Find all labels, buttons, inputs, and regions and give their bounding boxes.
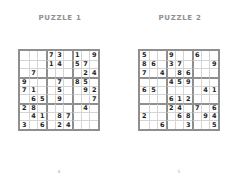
cell-r7c6[interactable]	[63, 103, 72, 112]
cell-r8c7[interactable]	[72, 112, 81, 121]
cell-r3c8[interactable]	[201, 68, 210, 77]
cell-r1c1[interactable]	[20, 51, 29, 60]
cell-r8c9[interactable]	[89, 112, 98, 121]
cell-r7c9[interactable]: 6	[209, 103, 218, 112]
cell-r2c4[interactable]: 3	[166, 60, 175, 69]
cell-r7c7[interactable]: 7	[192, 103, 201, 112]
cell-r9c5[interactable]: 2	[55, 120, 64, 129]
cell-r1c4[interactable]: 9	[166, 51, 175, 60]
cell-r1c6[interactable]	[183, 51, 192, 60]
cell-r1c7[interactable]: 6	[192, 51, 201, 60]
cell-r6c9[interactable]	[209, 94, 218, 103]
cell-r5c8[interactable]: 4	[201, 86, 210, 95]
cell-r6c8[interactable]	[81, 94, 90, 103]
cell-r2c3[interactable]	[37, 60, 46, 69]
cell-r4c5[interactable]: 5	[175, 77, 184, 86]
cell-r2c3[interactable]	[157, 60, 166, 69]
cell-r1c8[interactable]	[81, 51, 90, 60]
cell-r3c4[interactable]	[166, 68, 175, 77]
cell-r8c1[interactable]: 2	[140, 112, 149, 121]
cell-r2c7[interactable]: 5	[72, 60, 81, 69]
cell-r8c5[interactable]: 8	[55, 112, 64, 121]
cell-r2c9[interactable]: 9	[209, 60, 218, 69]
cell-r9c4[interactable]	[166, 120, 175, 129]
cell-r5c2[interactable]: 1	[29, 86, 38, 95]
cell-r9c5[interactable]	[175, 120, 184, 129]
cell-r9c8[interactable]	[81, 120, 90, 129]
cell-r9c6[interactable]: 4	[63, 120, 72, 129]
cell-r8c1[interactable]	[20, 112, 29, 121]
cell-r6c5[interactable]: 9	[55, 94, 64, 103]
cell-r4c4[interactable]	[46, 77, 55, 86]
cell-r4c7[interactable]	[192, 77, 201, 86]
cell-r8c2[interactable]: 4	[29, 112, 38, 121]
cell-r7c8[interactable]	[201, 103, 210, 112]
cell-r4c5[interactable]: 7	[55, 77, 64, 86]
cell-r5c5[interactable]	[175, 86, 184, 95]
cell-r7c4[interactable]	[46, 103, 55, 112]
puzzle-1-title: PUZZLE 1	[0, 14, 120, 22]
cell-r8c9[interactable]: 4	[209, 112, 218, 121]
cell-r9c1[interactable]	[140, 120, 149, 129]
page-number-left: 4	[18, 169, 100, 174]
cell-r3c3[interactable]	[37, 68, 46, 77]
cell-r7c5[interactable]	[55, 103, 64, 112]
cell-r2c6[interactable]	[183, 60, 192, 69]
cell-r4c9[interactable]	[209, 77, 218, 86]
cell-r4c1[interactable]	[140, 77, 149, 86]
cell-r2c7[interactable]	[192, 60, 201, 69]
cell-r5c9[interactable]: 2	[89, 86, 98, 95]
cell-r6c7[interactable]	[72, 94, 81, 103]
cell-r6c2[interactable]	[149, 94, 158, 103]
cell-r9c6[interactable]: 3	[183, 120, 192, 129]
cell-r9c3[interactable]: 6	[37, 120, 46, 129]
cell-r6c3[interactable]	[157, 94, 166, 103]
page-number-right: 5	[138, 169, 220, 174]
cell-r5c6[interactable]	[63, 86, 72, 95]
cell-r1c6[interactable]	[63, 51, 72, 60]
cell-r2c1[interactable]	[20, 60, 29, 69]
cell-r8c3[interactable]	[157, 112, 166, 121]
cell-r2c8[interactable]: 7	[81, 60, 90, 69]
cell-r5c6[interactable]	[183, 86, 192, 95]
cell-r8c3[interactable]: 1	[37, 112, 46, 121]
cell-r2c9[interactable]	[89, 60, 98, 69]
cell-r9c1[interactable]: 3	[20, 120, 29, 129]
cell-r9c3[interactable]: 6	[157, 120, 166, 129]
cell-r8c7[interactable]	[192, 112, 201, 121]
cell-r9c7[interactable]	[72, 120, 81, 129]
cell-r5c1[interactable]: 7	[20, 86, 29, 95]
cell-r5c7[interactable]	[72, 86, 81, 95]
cell-r5c5[interactable]: 5	[55, 86, 64, 95]
cell-r7c3[interactable]	[37, 103, 46, 112]
cell-r1c9[interactable]	[209, 51, 218, 60]
cell-r3c3[interactable]: 4	[157, 68, 166, 77]
cell-r7c2[interactable]: 8	[29, 103, 38, 112]
cell-r9c2[interactable]	[29, 120, 38, 129]
cell-r2c1[interactable]: 8	[140, 60, 149, 69]
cell-r6c8[interactable]	[201, 94, 210, 103]
cell-r7c1[interactable]	[140, 103, 149, 112]
cell-r7c2[interactable]	[149, 103, 158, 112]
cell-r4c8[interactable]: 5	[81, 77, 90, 86]
cell-r8c5[interactable]: 6	[175, 112, 184, 121]
cell-r8c8[interactable]	[81, 112, 90, 121]
cell-r5c4[interactable]	[166, 86, 175, 95]
cell-r3c5[interactable]: 8	[175, 68, 184, 77]
cell-r7c5[interactable]: 4	[175, 103, 184, 112]
cell-r4c6[interactable]	[63, 77, 72, 86]
cell-r6c1[interactable]	[140, 94, 149, 103]
cell-r3c9[interactable]: 4	[89, 68, 98, 77]
cell-r6c6[interactable]	[63, 94, 72, 103]
cell-r3c2[interactable]	[149, 68, 158, 77]
cell-r2c2[interactable]: 6	[149, 60, 158, 69]
cell-r1c2[interactable]	[29, 51, 38, 60]
cell-r1c5[interactable]	[175, 51, 184, 60]
cell-r6c3[interactable]: 5	[37, 94, 46, 103]
cell-r9c7[interactable]	[192, 120, 201, 129]
cell-r3c5[interactable]	[55, 68, 64, 77]
cell-r8c8[interactable]: 9	[201, 112, 210, 121]
cell-r3c6[interactable]: 6	[183, 68, 192, 77]
cell-r6c4[interactable]: 6	[166, 94, 175, 103]
cell-r7c4[interactable]: 2	[166, 103, 175, 112]
cell-r6c5[interactable]: 1	[175, 94, 184, 103]
cell-r4c3[interactable]	[37, 77, 46, 86]
page-left: PUZZLE 1 7319145772497857159265972844187…	[0, 0, 120, 183]
cell-r2c5[interactable]: 4	[55, 60, 64, 69]
cell-r6c4[interactable]	[46, 94, 55, 103]
cell-r7c1[interactable]: 2	[20, 103, 29, 112]
cell-r2c6[interactable]	[63, 60, 72, 69]
cell-r6c9[interactable]: 7	[89, 94, 98, 103]
cell-r5c8[interactable]: 9	[81, 86, 90, 95]
cell-r1c5[interactable]: 3	[55, 51, 64, 60]
cell-r1c9[interactable]: 9	[89, 51, 98, 60]
cell-r1c4[interactable]: 7	[46, 51, 55, 60]
cell-r9c9[interactable]	[89, 120, 98, 129]
cell-r7c3[interactable]	[157, 103, 166, 112]
cell-r4c3[interactable]	[157, 77, 166, 86]
puzzle-2-title: PUZZLE 2	[120, 14, 240, 22]
cell-r3c6[interactable]	[63, 68, 72, 77]
cell-r4c2[interactable]	[149, 77, 158, 86]
cell-r8c6[interactable]: 8	[183, 112, 192, 121]
cell-r8c2[interactable]	[149, 112, 158, 121]
cell-r5c9[interactable]: 1	[209, 86, 218, 95]
cell-r3c1[interactable]	[20, 68, 29, 77]
sudoku-grid-2: 5968637974864596541612247626894635	[138, 49, 220, 131]
cell-r3c1[interactable]: 7	[140, 68, 149, 77]
cell-r4c4[interactable]: 4	[166, 77, 175, 86]
cell-r5c1[interactable]: 6	[140, 86, 149, 95]
cell-r7c9[interactable]	[89, 103, 98, 112]
cell-r1c1[interactable]: 5	[140, 51, 149, 60]
cell-r3c7[interactable]	[192, 68, 201, 77]
cell-r5c3[interactable]	[157, 86, 166, 95]
page-right: PUZZLE 2 5968637974864596541612247626894…	[120, 0, 240, 183]
cell-r3c9[interactable]	[209, 68, 218, 77]
cell-r4c8[interactable]	[201, 77, 210, 86]
cell-r6c1[interactable]	[20, 94, 29, 103]
cell-r5c3[interactable]	[37, 86, 46, 95]
cell-r4c1[interactable]: 9	[20, 77, 29, 86]
cell-r2c2[interactable]	[29, 60, 38, 69]
cell-r3c2[interactable]: 7	[29, 68, 38, 77]
cell-r1c8[interactable]	[201, 51, 210, 60]
cell-r8c4[interactable]	[46, 112, 55, 121]
cell-r3c7[interactable]	[72, 68, 81, 77]
cell-r1c2[interactable]	[149, 51, 158, 60]
cell-r3c8[interactable]: 2	[81, 68, 90, 77]
cell-r9c9[interactable]: 5	[209, 120, 218, 129]
cell-r7c8[interactable]: 4	[81, 103, 90, 112]
cell-r5c4[interactable]	[46, 86, 55, 95]
cell-r1c7[interactable]: 1	[72, 51, 81, 60]
cell-r8c6[interactable]: 7	[63, 112, 72, 121]
cell-r6c6[interactable]: 2	[183, 94, 192, 103]
cell-r9c2[interactable]	[149, 120, 158, 129]
cell-r4c6[interactable]: 9	[183, 77, 192, 86]
sudoku-grid-1: 73191457724978571592659728441873624	[18, 49, 100, 131]
cell-r4c7[interactable]: 8	[72, 77, 81, 86]
cell-r2c5[interactable]: 7	[175, 60, 184, 69]
cell-r6c2[interactable]: 6	[29, 94, 38, 103]
cell-r3c4[interactable]	[46, 68, 55, 77]
cell-r9c8[interactable]	[201, 120, 210, 129]
cell-r1c3[interactable]	[157, 51, 166, 60]
cell-r6c7[interactable]	[192, 94, 201, 103]
cell-r5c2[interactable]: 5	[149, 86, 158, 95]
cell-r4c9[interactable]	[89, 77, 98, 86]
cell-r7c7[interactable]	[72, 103, 81, 112]
cell-r1c3[interactable]	[37, 51, 46, 60]
cell-r5c7[interactable]	[192, 86, 201, 95]
cell-r8c4[interactable]	[166, 112, 175, 121]
cell-r4c2[interactable]	[29, 77, 38, 86]
cell-r9c4[interactable]	[46, 120, 55, 129]
cell-r2c8[interactable]	[201, 60, 210, 69]
cell-r2c4[interactable]: 1	[46, 60, 55, 69]
cell-r7c6[interactable]	[183, 103, 192, 112]
